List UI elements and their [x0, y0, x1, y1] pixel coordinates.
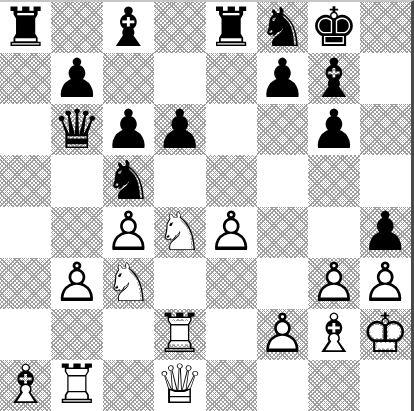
white-piece-outline-glyph: ♙ [257, 309, 308, 360]
square-h3[interactable]: ♟♙ [360, 258, 411, 309]
square-d1[interactable]: ♛♕ [154, 360, 205, 411]
square-h2[interactable]: ♚♔ [360, 309, 411, 360]
white-knight[interactable]: ♞♘ [103, 258, 154, 309]
white-pawn[interactable]: ♟♙ [51, 258, 102, 309]
square-h8[interactable] [360, 2, 411, 53]
white-piece-outline-glyph: ♘ [103, 258, 154, 309]
black-knight[interactable]: ♞ [103, 155, 154, 206]
white-bishop[interactable]: ♝♗ [0, 360, 51, 411]
square-c3[interactable]: ♞♘ [103, 258, 154, 309]
white-piece-outline-glyph: ♔ [360, 309, 411, 360]
square-d2[interactable]: ♜♖ [154, 309, 205, 360]
square-a7[interactable] [0, 53, 51, 104]
square-e6[interactable] [206, 104, 257, 155]
black-piece-glyph: ♟ [308, 104, 359, 155]
square-d6[interactable]: ♟ [154, 104, 205, 155]
square-g1[interactable] [308, 360, 359, 411]
square-a8[interactable]: ♜ [0, 2, 51, 53]
square-f4[interactable] [257, 207, 308, 258]
square-f3[interactable] [257, 258, 308, 309]
square-h1[interactable] [360, 360, 411, 411]
square-e5[interactable] [206, 155, 257, 206]
white-piece-outline-glyph: ♕ [154, 360, 205, 411]
white-piece-outline-glyph: ♖ [154, 309, 205, 360]
black-piece-glyph: ♟ [103, 104, 154, 155]
square-b5[interactable] [51, 155, 102, 206]
black-king[interactable]: ♚ [308, 2, 359, 53]
square-c2[interactable] [103, 309, 154, 360]
white-piece-outline-glyph: ♗ [308, 309, 359, 360]
square-b6[interactable]: ♛ [51, 104, 102, 155]
square-b8[interactable] [51, 2, 102, 53]
white-pawn[interactable]: ♟♙ [308, 258, 359, 309]
white-pawn[interactable]: ♟♙ [103, 207, 154, 258]
square-g6[interactable]: ♟ [308, 104, 359, 155]
square-d8[interactable] [154, 2, 205, 53]
black-pawn[interactable]: ♟ [308, 104, 359, 155]
square-b1[interactable]: ♜♖ [51, 360, 102, 411]
black-piece-glyph: ♟ [154, 104, 205, 155]
white-pawn[interactable]: ♟♙ [206, 207, 257, 258]
square-b7[interactable]: ♟ [51, 53, 102, 104]
black-pawn[interactable]: ♟ [360, 207, 411, 258]
black-bishop[interactable]: ♝ [103, 2, 154, 53]
white-rook[interactable]: ♜♖ [154, 309, 205, 360]
white-piece-outline-glyph: ♘ [154, 207, 205, 258]
black-pawn[interactable]: ♟ [257, 53, 308, 104]
black-piece-glyph: ♚ [308, 2, 359, 53]
black-pawn[interactable]: ♟ [103, 104, 154, 155]
square-h6[interactable] [360, 104, 411, 155]
square-e3[interactable] [206, 258, 257, 309]
square-g8[interactable]: ♚ [308, 2, 359, 53]
square-a3[interactable] [0, 258, 51, 309]
square-b2[interactable] [51, 309, 102, 360]
square-f7[interactable]: ♟ [257, 53, 308, 104]
white-piece-outline-glyph: ♙ [206, 207, 257, 258]
black-piece-glyph: ♝ [103, 2, 154, 53]
black-rook[interactable]: ♜ [0, 2, 51, 53]
white-piece-outline-glyph: ♙ [103, 207, 154, 258]
square-d5[interactable] [154, 155, 205, 206]
black-piece-glyph: ♜ [0, 2, 51, 53]
white-piece-outline-glyph: ♙ [308, 258, 359, 309]
square-c8[interactable]: ♝ [103, 2, 154, 53]
black-rook[interactable]: ♜ [206, 2, 257, 53]
white-king[interactable]: ♚♔ [360, 309, 411, 360]
square-g7[interactable]: ♝ [308, 53, 359, 104]
square-e1[interactable] [206, 360, 257, 411]
square-f2[interactable]: ♟♙ [257, 309, 308, 360]
black-piece-glyph: ♟ [257, 53, 308, 104]
black-piece-glyph: ♜ [206, 2, 257, 53]
square-c1[interactable] [103, 360, 154, 411]
square-f8[interactable]: ♞ [257, 2, 308, 53]
square-d3[interactable] [154, 258, 205, 309]
black-queen[interactable]: ♛ [51, 104, 102, 155]
square-f6[interactable] [257, 104, 308, 155]
white-pawn[interactable]: ♟♙ [360, 258, 411, 309]
square-a6[interactable] [0, 104, 51, 155]
square-a4[interactable] [0, 207, 51, 258]
white-piece-outline-glyph: ♙ [360, 258, 411, 309]
white-rook[interactable]: ♜♖ [51, 360, 102, 411]
square-c6[interactable]: ♟ [103, 104, 154, 155]
square-c5[interactable]: ♞ [103, 155, 154, 206]
square-f1[interactable] [257, 360, 308, 411]
square-f5[interactable] [257, 155, 308, 206]
square-a5[interactable] [0, 155, 51, 206]
white-knight[interactable]: ♞♘ [154, 207, 205, 258]
black-piece-glyph: ♞ [257, 2, 308, 53]
square-e7[interactable] [206, 53, 257, 104]
square-g4[interactable] [308, 207, 359, 258]
black-pawn[interactable]: ♟ [154, 104, 205, 155]
square-h4[interactable]: ♟ [360, 207, 411, 258]
black-piece-glyph: ♝ [308, 53, 359, 104]
square-d4[interactable]: ♞♘ [154, 207, 205, 258]
white-pawn[interactable]: ♟♙ [257, 309, 308, 360]
square-a2[interactable] [0, 309, 51, 360]
black-piece-glyph: ♟ [360, 207, 411, 258]
square-b4[interactable] [51, 207, 102, 258]
chess-board: ♜♝♜♞♚♟♟♝♛♟♟♟♞♟♙♞♘♟♙♟♟♙♞♘♟♙♟♙♜♖♟♙♝♗♚♔♝♗♜♖… [0, 0, 414, 411]
square-g5[interactable] [308, 155, 359, 206]
square-g2[interactable]: ♝♗ [308, 309, 359, 360]
black-piece-glyph: ♛ [51, 104, 102, 155]
square-c4[interactable]: ♟♙ [103, 207, 154, 258]
square-h5[interactable] [360, 155, 411, 206]
white-piece-outline-glyph: ♗ [0, 360, 51, 411]
white-queen[interactable]: ♛♕ [154, 360, 205, 411]
square-h7[interactable] [360, 53, 411, 104]
black-pawn[interactable]: ♟ [51, 53, 102, 104]
black-knight[interactable]: ♞ [257, 2, 308, 53]
square-g3[interactable]: ♟♙ [308, 258, 359, 309]
square-d7[interactable] [154, 53, 205, 104]
white-piece-outline-glyph: ♖ [51, 360, 102, 411]
square-e4[interactable]: ♟♙ [206, 207, 257, 258]
black-bishop[interactable]: ♝ [308, 53, 359, 104]
square-b3[interactable]: ♟♙ [51, 258, 102, 309]
black-piece-glyph: ♞ [103, 155, 154, 206]
square-e2[interactable] [206, 309, 257, 360]
white-bishop[interactable]: ♝♗ [308, 309, 359, 360]
white-piece-outline-glyph: ♙ [51, 258, 102, 309]
square-e8[interactable]: ♜ [206, 2, 257, 53]
black-piece-glyph: ♟ [51, 53, 102, 104]
square-a1[interactable]: ♝♗ [0, 360, 51, 411]
square-c7[interactable] [103, 53, 154, 104]
